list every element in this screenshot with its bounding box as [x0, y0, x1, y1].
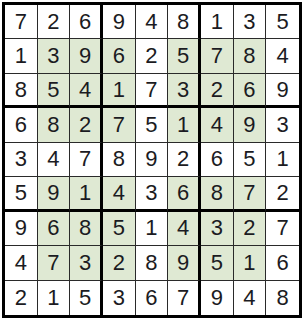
sudoku-board-grid: 7269481351396257848541732696827514933478… [5, 5, 299, 315]
cell-r9c9[interactable]: 8 [266, 281, 299, 315]
cell-r1c8[interactable]: 3 [234, 5, 267, 39]
cell-r2c7[interactable]: 7 [201, 39, 234, 73]
cell-r5c7[interactable]: 6 [201, 143, 234, 177]
page-background: 7269481351396257848541732696827514933478… [0, 0, 304, 320]
cell-r7c2[interactable]: 6 [38, 212, 71, 246]
cell-r4c7[interactable]: 4 [201, 108, 234, 142]
cell-r1c2[interactable]: 2 [38, 5, 71, 39]
cell-r8c3[interactable]: 3 [70, 246, 103, 280]
cell-r6c3[interactable]: 1 [70, 177, 103, 211]
cell-r6c7[interactable]: 8 [201, 177, 234, 211]
cell-r6c5[interactable]: 3 [136, 177, 169, 211]
cell-r7c3[interactable]: 8 [70, 212, 103, 246]
cell-r2c6[interactable]: 5 [168, 39, 201, 73]
cell-r5c9[interactable]: 1 [266, 143, 299, 177]
cell-r2c4[interactable]: 6 [103, 39, 136, 73]
cell-r4c5[interactable]: 5 [136, 108, 169, 142]
cell-r3c4[interactable]: 1 [103, 74, 136, 108]
cell-r1c4[interactable]: 9 [103, 5, 136, 39]
cell-r4c1[interactable]: 6 [5, 108, 38, 142]
cell-r9c4[interactable]: 3 [103, 281, 136, 315]
cell-r9c2[interactable]: 1 [38, 281, 71, 315]
cell-r9c5[interactable]: 6 [136, 281, 169, 315]
cell-r1c6[interactable]: 8 [168, 5, 201, 39]
cell-r8c1[interactable]: 4 [5, 246, 38, 280]
cell-r9c6[interactable]: 7 [168, 281, 201, 315]
sudoku-board: 7269481351396257848541732696827514933478… [2, 2, 302, 318]
cell-r6c9[interactable]: 2 [266, 177, 299, 211]
cell-r8c5[interactable]: 8 [136, 246, 169, 280]
cell-r7c1[interactable]: 9 [5, 212, 38, 246]
cell-r3c8[interactable]: 6 [234, 74, 267, 108]
cell-r2c9[interactable]: 4 [266, 39, 299, 73]
cell-r8c9[interactable]: 6 [266, 246, 299, 280]
cell-r7c7[interactable]: 3 [201, 212, 234, 246]
cell-r7c8[interactable]: 2 [234, 212, 267, 246]
cell-r5c5[interactable]: 9 [136, 143, 169, 177]
cell-r2c3[interactable]: 9 [70, 39, 103, 73]
cell-r6c1[interactable]: 5 [5, 177, 38, 211]
cell-r5c4[interactable]: 8 [103, 143, 136, 177]
cell-r6c8[interactable]: 7 [234, 177, 267, 211]
cell-r3c9[interactable]: 9 [266, 74, 299, 108]
cell-r1c3[interactable]: 6 [70, 5, 103, 39]
cell-r5c8[interactable]: 5 [234, 143, 267, 177]
cell-r2c2[interactable]: 3 [38, 39, 71, 73]
cell-r7c9[interactable]: 7 [266, 212, 299, 246]
cell-r6c6[interactable]: 6 [168, 177, 201, 211]
cell-r9c7[interactable]: 9 [201, 281, 234, 315]
cell-r5c2[interactable]: 4 [38, 143, 71, 177]
cell-r3c6[interactable]: 3 [168, 74, 201, 108]
cell-r4c9[interactable]: 3 [266, 108, 299, 142]
cell-r5c6[interactable]: 2 [168, 143, 201, 177]
cell-r5c3[interactable]: 7 [70, 143, 103, 177]
cell-r2c5[interactable]: 2 [136, 39, 169, 73]
cell-r4c4[interactable]: 7 [103, 108, 136, 142]
cell-r5c1[interactable]: 3 [5, 143, 38, 177]
cell-r8c4[interactable]: 2 [103, 246, 136, 280]
cell-r8c2[interactable]: 7 [38, 246, 71, 280]
cell-r3c5[interactable]: 7 [136, 74, 169, 108]
cell-r7c4[interactable]: 5 [103, 212, 136, 246]
cell-r9c8[interactable]: 4 [234, 281, 267, 315]
cell-r6c2[interactable]: 9 [38, 177, 71, 211]
cell-r4c6[interactable]: 1 [168, 108, 201, 142]
cell-r4c2[interactable]: 8 [38, 108, 71, 142]
cell-r3c2[interactable]: 5 [38, 74, 71, 108]
cell-r3c7[interactable]: 2 [201, 74, 234, 108]
cell-r4c8[interactable]: 9 [234, 108, 267, 142]
cell-r1c1[interactable]: 7 [5, 5, 38, 39]
cell-r2c1[interactable]: 1 [5, 39, 38, 73]
cell-r7c6[interactable]: 4 [168, 212, 201, 246]
cell-r1c5[interactable]: 4 [136, 5, 169, 39]
cell-r7c5[interactable]: 1 [136, 212, 169, 246]
cell-r8c7[interactable]: 5 [201, 246, 234, 280]
cell-r8c6[interactable]: 9 [168, 246, 201, 280]
cell-r3c1[interactable]: 8 [5, 74, 38, 108]
cell-r3c3[interactable]: 4 [70, 74, 103, 108]
cell-r2c8[interactable]: 8 [234, 39, 267, 73]
cell-r9c3[interactable]: 5 [70, 281, 103, 315]
cell-r8c8[interactable]: 1 [234, 246, 267, 280]
cell-r1c9[interactable]: 5 [266, 5, 299, 39]
cell-r6c4[interactable]: 4 [103, 177, 136, 211]
cell-r9c1[interactable]: 2 [5, 281, 38, 315]
cell-r1c7[interactable]: 1 [201, 5, 234, 39]
cell-r4c3[interactable]: 2 [70, 108, 103, 142]
